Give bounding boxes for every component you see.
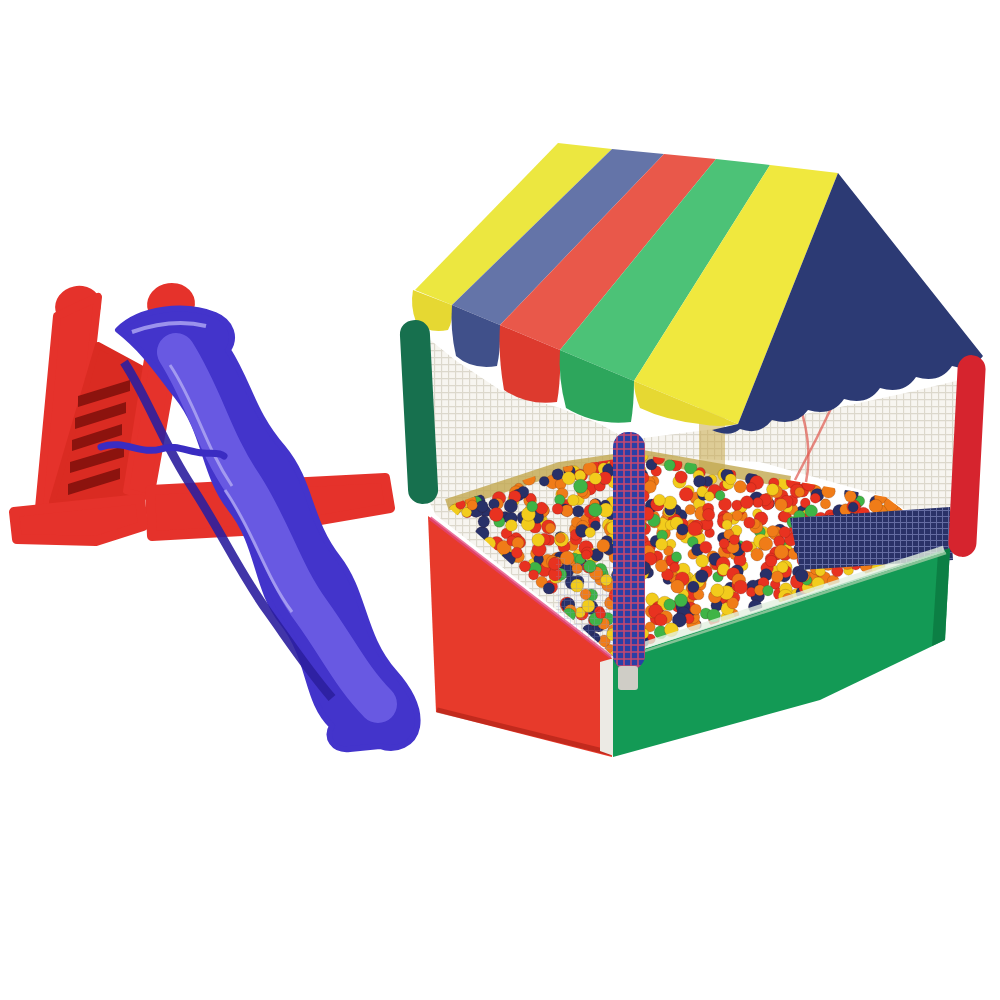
ball <box>771 571 783 583</box>
ladder-front-foot <box>14 499 143 541</box>
ball <box>572 506 584 518</box>
ball <box>767 483 779 495</box>
ball <box>690 604 701 615</box>
ball <box>597 539 610 552</box>
ball <box>670 563 680 573</box>
ball <box>552 469 563 480</box>
ball <box>688 581 700 593</box>
ball <box>582 550 592 560</box>
ball <box>529 570 539 580</box>
ball <box>532 534 545 547</box>
ball <box>744 517 755 528</box>
ball <box>702 509 714 521</box>
ball <box>711 584 724 597</box>
ball <box>527 501 538 512</box>
ball <box>753 498 763 508</box>
ball <box>822 485 836 499</box>
ball <box>588 503 602 517</box>
ball <box>715 491 725 501</box>
ball <box>656 538 668 550</box>
ball <box>734 481 746 493</box>
ball <box>504 499 517 512</box>
ball <box>774 545 788 559</box>
pole-front-blue-grid <box>613 432 645 670</box>
ball <box>585 527 595 537</box>
ball <box>795 487 805 497</box>
ball <box>589 472 601 484</box>
ball <box>655 614 667 626</box>
ball <box>664 599 676 611</box>
ball <box>741 496 754 509</box>
ball <box>741 541 753 553</box>
ball <box>677 524 689 536</box>
ball <box>722 520 732 530</box>
ball <box>729 535 739 545</box>
ball <box>543 583 554 594</box>
ball <box>552 504 563 515</box>
ball <box>719 539 729 549</box>
ball <box>671 552 681 562</box>
ball <box>654 494 666 506</box>
ball <box>562 472 575 485</box>
ball-pit-tent <box>399 143 986 757</box>
ball <box>869 499 882 512</box>
base-corner-strip <box>600 658 614 756</box>
ball <box>820 499 830 509</box>
ball <box>476 501 488 513</box>
ball <box>795 569 808 582</box>
ball <box>671 580 684 593</box>
ball <box>685 505 695 515</box>
scene-svg <box>0 0 1000 1000</box>
ball <box>725 474 736 485</box>
ball <box>545 523 555 533</box>
ball <box>675 471 687 483</box>
ball <box>759 537 773 551</box>
ball <box>556 533 566 543</box>
ball <box>848 502 858 512</box>
ball <box>704 492 714 502</box>
ball <box>746 483 756 493</box>
ball <box>519 561 530 572</box>
product-photo <box>0 0 1000 1000</box>
ball <box>675 594 688 607</box>
ball <box>478 516 490 528</box>
ball <box>734 580 748 594</box>
ball <box>664 460 675 471</box>
toy-slide <box>14 280 418 749</box>
ball <box>765 555 777 567</box>
ball <box>775 499 787 511</box>
ball <box>767 526 778 537</box>
ball <box>574 479 588 493</box>
ball <box>489 508 503 522</box>
ball <box>845 491 857 503</box>
ball <box>696 555 709 568</box>
ball <box>511 547 522 558</box>
ball <box>763 585 774 596</box>
ball <box>467 500 477 510</box>
ball <box>695 570 708 583</box>
ball <box>694 475 706 487</box>
ball <box>506 520 518 532</box>
ball <box>802 477 816 491</box>
ball <box>732 510 742 520</box>
ball <box>679 487 693 501</box>
ball <box>688 522 702 536</box>
pole-front-tip <box>618 666 638 690</box>
ball <box>810 493 820 503</box>
ball <box>539 476 549 486</box>
ball <box>568 495 579 506</box>
ball <box>779 527 790 538</box>
ball <box>700 541 712 553</box>
